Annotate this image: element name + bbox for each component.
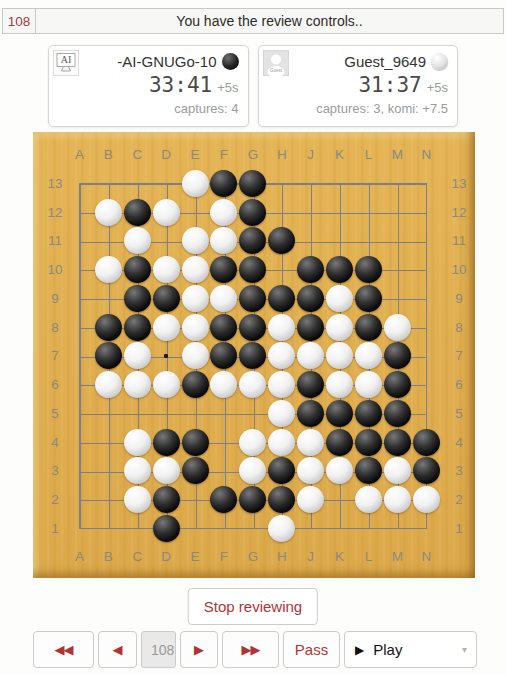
white-stone-H7 (268, 342, 295, 369)
intersection-C1[interactable] (123, 514, 152, 543)
white-stone-E11 (182, 227, 209, 254)
intersection-C5[interactable] (123, 399, 152, 428)
white-stone-D3 (153, 457, 180, 484)
intersection-N8[interactable] (412, 313, 441, 342)
black-stone-M4 (384, 429, 411, 456)
intersection-D1[interactable] (152, 514, 181, 543)
intersection-D7[interactable] (152, 342, 181, 371)
intersection-B8[interactable] (94, 313, 123, 342)
coord-label-row-2: 2 (445, 485, 473, 514)
intersection-D9[interactable] (152, 284, 181, 313)
intersection-B7[interactable] (94, 342, 123, 371)
intersection-K10[interactable] (325, 255, 354, 284)
white-stone-F6 (210, 371, 237, 398)
intersection-A7[interactable] (65, 342, 94, 371)
intersection-K11[interactable] (325, 227, 354, 256)
black-stone-L4 (355, 429, 382, 456)
intersection-N9[interactable] (412, 284, 441, 313)
svg-text:Guest: Guest (269, 68, 282, 73)
captures-white: captures: 3, komi: +7.5 (316, 101, 448, 120)
white-stone-D8 (153, 314, 180, 341)
intersection-J6[interactable] (296, 370, 325, 399)
black-stone-G10 (239, 256, 266, 283)
intersection-C11[interactable] (123, 227, 152, 256)
player-name-row-black: -AI-GNUGo-10 (117, 49, 238, 73)
intersection-K6[interactable] (325, 370, 354, 399)
intersection-B12[interactable] (94, 198, 123, 227)
white-stone-J2 (297, 486, 324, 513)
intersection-M6[interactable] (383, 370, 412, 399)
black-stone-M6 (384, 371, 411, 398)
intersection-A1[interactable] (65, 514, 94, 543)
intersection-C6[interactable] (123, 370, 152, 399)
intersection-G7[interactable] (238, 342, 267, 371)
coord-label-row-3: 3 (445, 457, 473, 486)
white-stone-M3 (384, 457, 411, 484)
intersection-J3[interactable] (296, 457, 325, 486)
intersection-E6[interactable] (181, 370, 210, 399)
intersection-F7[interactable] (210, 342, 239, 371)
intersection-D5[interactable] (152, 399, 181, 428)
white-stone-C7 (124, 342, 151, 369)
intersection-M11[interactable] (383, 227, 412, 256)
coord-label-col-L: L (354, 145, 383, 165)
intersection-L5[interactable] (354, 399, 383, 428)
play-mode-dropdown[interactable]: ▶ Play ▾ (344, 631, 477, 668)
coord-label-col-B: B (94, 145, 123, 165)
intersection-J12[interactable] (296, 198, 325, 227)
row-labels-right: 13121110987654321 (445, 169, 473, 543)
black-stone-H9 (268, 285, 295, 312)
white-stone-J4 (297, 429, 324, 456)
play-mode-label: Play (373, 641, 402, 658)
intersection-D12[interactable] (152, 198, 181, 227)
white-stone-H5 (268, 400, 295, 427)
black-stone-J8 (297, 314, 324, 341)
forward-icon: ▶ (194, 642, 204, 657)
intersection-J10[interactable] (296, 255, 325, 284)
intersection-E11[interactable] (181, 227, 210, 256)
intersection-A12[interactable] (65, 198, 94, 227)
intersection-E8[interactable] (181, 313, 210, 342)
intersection-J2[interactable] (296, 485, 325, 514)
intersection-N3[interactable] (412, 457, 441, 486)
intersection-M12[interactable] (383, 198, 412, 227)
black-stone-N3 (413, 457, 440, 484)
intersection-N6[interactable] (412, 370, 441, 399)
move-number-indicator: 108 (3, 9, 36, 33)
intersection-B9[interactable] (94, 284, 123, 313)
intersection-K5[interactable] (325, 399, 354, 428)
intersection-L4[interactable] (354, 428, 383, 457)
intersection-E10[interactable] (181, 255, 210, 284)
intersection-D11[interactable] (152, 227, 181, 256)
intersection-F11[interactable] (210, 227, 239, 256)
coord-label-col-A: A (65, 547, 94, 567)
black-stone-G13 (239, 170, 266, 197)
intersection-L6[interactable] (354, 370, 383, 399)
intersection-L11[interactable] (354, 227, 383, 256)
review-status-bar: 108 You have the review controls.. (2, 8, 504, 34)
intersection-C10[interactable] (123, 255, 152, 284)
white-stone-N2 (413, 486, 440, 513)
intersection-D10[interactable] (152, 255, 181, 284)
intersection-E3[interactable] (181, 457, 210, 486)
intersection-K12[interactable] (325, 198, 354, 227)
intersection-J13[interactable] (296, 169, 325, 198)
intersection-F10[interactable] (210, 255, 239, 284)
intersection-N2[interactable] (412, 485, 441, 514)
intersection-K4[interactable] (325, 428, 354, 457)
intersection-K1[interactable] (325, 514, 354, 543)
intersection-A5[interactable] (65, 399, 94, 428)
intersection-B10[interactable] (94, 255, 123, 284)
black-stone-H11 (268, 227, 295, 254)
intersection-L7[interactable] (354, 342, 383, 371)
intersection-F1[interactable] (210, 514, 239, 543)
intersection-E4[interactable] (181, 428, 210, 457)
coord-label-col-H: H (267, 145, 296, 165)
intersection-N4[interactable] (412, 428, 441, 457)
intersection-A9[interactable] (65, 284, 94, 313)
intersection-N7[interactable] (412, 342, 441, 371)
intersection-H1[interactable] (267, 514, 296, 543)
white-stone-J7 (297, 342, 324, 369)
white-stone-E9 (182, 285, 209, 312)
black-stone-J9 (297, 285, 324, 312)
review-message: You have the review controls.. (36, 9, 503, 33)
coord-label-row-5: 5 (445, 399, 473, 428)
player-name-white[interactable]: Guest_9649 (344, 53, 426, 70)
intersection-A2[interactable] (65, 485, 94, 514)
coord-label-col-D: D (152, 145, 181, 165)
intersection-B6[interactable] (94, 370, 123, 399)
pass-button[interactable]: Pass (283, 631, 340, 668)
intersection-N12[interactable] (412, 198, 441, 227)
intersection-M5[interactable] (383, 399, 412, 428)
intersection-F9[interactable] (210, 284, 239, 313)
intersection-M9[interactable] (383, 284, 412, 313)
intersection-N11[interactable] (412, 227, 441, 256)
intersection-H2[interactable] (267, 485, 296, 514)
intersection-F3[interactable] (210, 457, 239, 486)
fast-forward-icon: ▶▶ (242, 642, 260, 657)
intersection-N10[interactable] (412, 255, 441, 284)
black-stone-B7 (95, 342, 122, 369)
play-icon: ▶ (355, 643, 364, 657)
intersection-H12[interactable] (267, 198, 296, 227)
intersection-K8[interactable] (325, 313, 354, 342)
intersection-F2[interactable] (210, 485, 239, 514)
intersection-L8[interactable] (354, 313, 383, 342)
intersection-B11[interactable] (94, 227, 123, 256)
intersection-H8[interactable] (267, 313, 296, 342)
intersection-K3[interactable] (325, 457, 354, 486)
intersection-C13[interactable] (123, 169, 152, 198)
intersection-C2[interactable] (123, 485, 152, 514)
navigation-controls: ◀◀ ◀ ▶ ▶▶ Pass ▶ Play ▾ (33, 631, 477, 668)
white-stone-B12 (95, 199, 122, 226)
intersection-J1[interactable] (296, 514, 325, 543)
intersection-C3[interactable] (123, 457, 152, 486)
intersection-G13[interactable] (238, 169, 267, 198)
intersection-H3[interactable] (267, 457, 296, 486)
intersection-M2[interactable] (383, 485, 412, 514)
intersection-F4[interactable] (210, 428, 239, 457)
coord-label-row-9: 9 (445, 284, 473, 313)
intersection-G11[interactable] (238, 227, 267, 256)
black-stone-J6 (297, 371, 324, 398)
black-stone-D9 (153, 285, 180, 312)
coord-label-col-N: N (412, 145, 441, 165)
intersection-B3[interactable] (94, 457, 123, 486)
intersection-H7[interactable] (267, 342, 296, 371)
intersection-K7[interactable] (325, 342, 354, 371)
white-stone-G3 (239, 457, 266, 484)
intersection-B1[interactable] (94, 514, 123, 543)
intersection-G4[interactable] (238, 428, 267, 457)
intersection-L3[interactable] (354, 457, 383, 486)
intersection-L1[interactable] (354, 514, 383, 543)
intersection-A11[interactable] (65, 227, 94, 256)
black-stone-K10 (326, 256, 353, 283)
intersection-G12[interactable] (238, 198, 267, 227)
intersection-A13[interactable] (65, 169, 94, 198)
black-stone-F2 (210, 486, 237, 513)
intersection-M4[interactable] (383, 428, 412, 457)
black-stone-icon (222, 53, 239, 70)
coord-label-col-H: H (267, 547, 296, 567)
coord-label-col-F: F (210, 547, 239, 567)
intersection-A4[interactable] (65, 428, 94, 457)
intersection-K9[interactable] (325, 284, 354, 313)
intersection-E9[interactable] (181, 284, 210, 313)
white-stone-C11 (124, 227, 151, 254)
black-stone-E6 (182, 371, 209, 398)
move-number-input[interactable] (141, 631, 176, 668)
intersection-B2[interactable] (94, 485, 123, 514)
black-stone-G9 (239, 285, 266, 312)
white-stone-H1 (268, 515, 295, 542)
intersection-L2[interactable] (354, 485, 383, 514)
fast-back-button[interactable]: ◀◀ (33, 631, 94, 668)
intersection-C4[interactable] (123, 428, 152, 457)
intersection-E2[interactable] (181, 485, 210, 514)
white-stone-L6 (355, 371, 382, 398)
intersection-H11[interactable] (267, 227, 296, 256)
coord-label-row-7: 7 (445, 342, 473, 371)
black-stone-D2 (153, 486, 180, 513)
black-stone-K5 (326, 400, 353, 427)
white-stone-D10 (153, 256, 180, 283)
black-stone-F10 (210, 256, 237, 283)
white-stone-K7 (326, 342, 353, 369)
intersection-G3[interactable] (238, 457, 267, 486)
clock-black: 33:41 (149, 73, 212, 97)
intersection-J11[interactable] (296, 227, 325, 256)
go-board[interactable]: ABCDEFGHJKLMN ABCDEFGHJKLMN 131211109876… (33, 132, 475, 578)
increment-black: +5s (217, 80, 238, 95)
intersection-B13[interactable] (94, 169, 123, 198)
coord-label-col-J: J (296, 145, 325, 165)
intersection-E5[interactable] (181, 399, 210, 428)
intersection-E1[interactable] (181, 514, 210, 543)
intersection-C8[interactable] (123, 313, 152, 342)
fast-forward-button[interactable]: ▶▶ (222, 631, 279, 668)
intersection-J7[interactable] (296, 342, 325, 371)
coord-label-col-L: L (354, 547, 383, 567)
guest-avatar-icon[interactable]: Guest (263, 50, 289, 76)
coord-label-col-K: K (325, 547, 354, 567)
intersection-F8[interactable] (210, 313, 239, 342)
intersection-K2[interactable] (325, 485, 354, 514)
intersection-J8[interactable] (296, 313, 325, 342)
black-stone-H2 (268, 486, 295, 513)
white-stone-G4 (239, 429, 266, 456)
intersection-B5[interactable] (94, 399, 123, 428)
stop-reviewing-button[interactable]: Stop reviewing (188, 588, 318, 625)
white-stone-icon (431, 53, 448, 70)
intersection-J4[interactable] (296, 428, 325, 457)
black-stone-G7 (239, 342, 266, 369)
intersection-G6[interactable] (238, 370, 267, 399)
intersection-N1[interactable] (412, 514, 441, 543)
white-stone-L7 (355, 342, 382, 369)
player-name-black[interactable]: -AI-GNUGo-10 (117, 53, 216, 70)
intersection-D4[interactable] (152, 428, 181, 457)
intersection-A10[interactable] (65, 255, 94, 284)
black-stone-B8 (95, 314, 122, 341)
column-labels-bottom: ABCDEFGHJKLMN (65, 547, 441, 567)
intersection-N13[interactable] (412, 169, 441, 198)
intersection-A6[interactable] (65, 370, 94, 399)
intersection-F12[interactable] (210, 198, 239, 227)
coord-label-col-C: C (123, 145, 152, 165)
intersection-L13[interactable] (354, 169, 383, 198)
ai-avatar-icon[interactable]: AI (53, 50, 79, 76)
intersection-G9[interactable] (238, 284, 267, 313)
intersection-M8[interactable] (383, 313, 412, 342)
white-stone-F11 (210, 227, 237, 254)
intersection-J5[interactable] (296, 399, 325, 428)
white-stone-F12 (210, 199, 237, 226)
intersection-E12[interactable] (181, 198, 210, 227)
intersection-L12[interactable] (354, 198, 383, 227)
black-stone-F13 (210, 170, 237, 197)
intersection-L10[interactable] (354, 255, 383, 284)
intersection-G8[interactable] (238, 313, 267, 342)
black-stone-M5 (384, 400, 411, 427)
intersection-H13[interactable] (267, 169, 296, 198)
black-stone-G12 (239, 199, 266, 226)
intersection-B4[interactable] (94, 428, 123, 457)
intersection-K13[interactable] (325, 169, 354, 198)
back-button[interactable]: ◀ (98, 631, 137, 668)
coord-label-col-G: G (238, 145, 267, 165)
white-stone-E10 (182, 256, 209, 283)
intersection-C9[interactable] (123, 284, 152, 313)
intersection-H4[interactable] (267, 428, 296, 457)
white-stone-E8 (182, 314, 209, 341)
coord-label-col-K: K (325, 145, 354, 165)
svg-text:AI: AI (61, 54, 72, 65)
coord-label-row-8: 8 (445, 313, 473, 342)
white-stone-B6 (95, 371, 122, 398)
coord-label-row-6: 6 (445, 370, 473, 399)
go-review-page: 108 You have the review controls.. AI -A… (0, 0, 506, 675)
coord-label-col-B: B (94, 547, 123, 567)
intersection-H5[interactable] (267, 399, 296, 428)
intersection-M3[interactable] (383, 457, 412, 486)
intersection-G1[interactable] (238, 514, 267, 543)
black-stone-D1 (153, 515, 180, 542)
black-stone-E4 (182, 429, 209, 456)
intersection-D6[interactable] (152, 370, 181, 399)
intersection-L9[interactable] (354, 284, 383, 313)
intersection-J9[interactable] (296, 284, 325, 313)
black-stone-H3 (268, 457, 295, 484)
intersection-G2[interactable] (238, 485, 267, 514)
fast-back-icon: ◀◀ (55, 642, 73, 657)
white-stone-M8 (384, 314, 411, 341)
intersection-C12[interactable] (123, 198, 152, 227)
intersection-M1[interactable] (383, 514, 412, 543)
intersection-F13[interactable] (210, 169, 239, 198)
coord-label-row-12: 12 (445, 198, 473, 227)
coord-label-row-4: 4 (445, 428, 473, 457)
intersection-A8[interactable] (65, 313, 94, 342)
intersection-M10[interactable] (383, 255, 412, 284)
intersection-H10[interactable] (267, 255, 296, 284)
black-stone-M7 (384, 342, 411, 369)
black-stone-N4 (413, 429, 440, 456)
intersection-M13[interactable] (383, 169, 412, 198)
intersection-D8[interactable] (152, 313, 181, 342)
white-stone-H6 (268, 371, 295, 398)
intersection-H9[interactable] (267, 284, 296, 313)
forward-button[interactable]: ▶ (180, 631, 218, 668)
intersection-D3[interactable] (152, 457, 181, 486)
intersection-D13[interactable] (152, 169, 181, 198)
intersection-G5[interactable] (238, 399, 267, 428)
black-stone-K4 (326, 429, 353, 456)
black-stone-L9 (355, 285, 382, 312)
intersection-D2[interactable] (152, 485, 181, 514)
white-stone-C2 (124, 486, 151, 513)
white-stone-C4 (124, 429, 151, 456)
intersection-E7[interactable] (181, 342, 210, 371)
intersection-A3[interactable] (65, 457, 94, 486)
clock-white: 31:37 (358, 73, 421, 97)
intersection-C7[interactable] (123, 342, 152, 371)
coord-label-col-E: E (181, 547, 210, 567)
player-name-row-white: Guest_9649 (344, 49, 448, 73)
player-card-white: Guest Guest_9649 31:37 +5s captures: 3, … (258, 45, 459, 127)
white-stone-M2 (384, 486, 411, 513)
coord-label-col-N: N (412, 547, 441, 567)
white-stone-C3 (124, 457, 151, 484)
intersection-N5[interactable] (412, 399, 441, 428)
intersection-F5[interactable] (210, 399, 239, 428)
white-stone-K3 (326, 457, 353, 484)
intersection-F6[interactable] (210, 370, 239, 399)
intersection-H6[interactable] (267, 370, 296, 399)
coord-label-row-10: 10 (445, 255, 473, 284)
intersection-E13[interactable] (181, 169, 210, 198)
intersection-M7[interactable] (383, 342, 412, 371)
intersection-G10[interactable] (238, 255, 267, 284)
white-stone-E13 (182, 170, 209, 197)
